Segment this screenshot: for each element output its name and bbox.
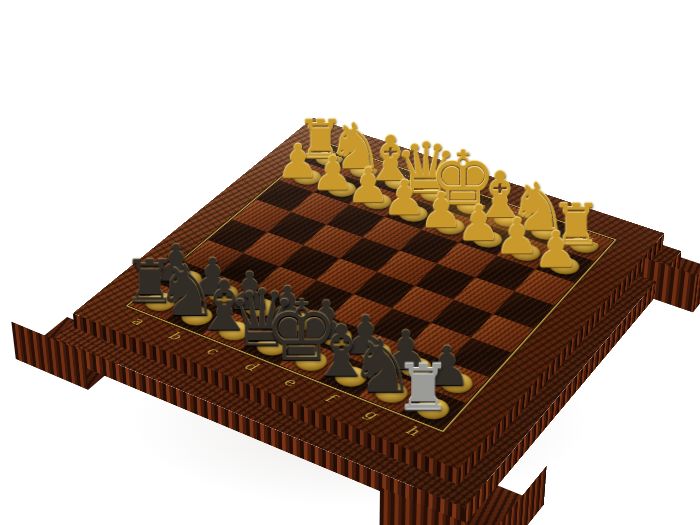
scene-3d: ♜♞♝♛♚♝♞♜♟♟♟♟♟♟♟♟♟♟♟♟♟♟♟♟♜♞♝♛♚♝♞♜ abcdefg… — [0, 0, 700, 525]
pawn-glyph: ♟ — [505, 227, 609, 275]
piece-gold-pawn-h7[interactable]: ♟ — [535, 248, 594, 283]
rook-glyph: ♜ — [366, 358, 481, 419]
chess-board: ♜♞♝♛♚♝♞♜♟♟♟♟♟♟♟♟♟♟♟♟♟♟♟♟♜♞♝♛♚♝♞♜ abcdefg… — [73, 118, 664, 470]
product-photo-stage: ♜♞♝♛♚♝♞♜♟♟♟♟♟♟♟♟♟♟♟♟♟♟♟♟♜♞♝♛♚♝♞♜ abcdefg… — [0, 0, 700, 525]
piece-dark-rook-h1[interactable]: ♜ — [400, 387, 466, 430]
board-top-surface: ♜♞♝♛♚♝♞♜♟♟♟♟♟♟♟♟♟♟♟♟♟♟♟♟♜♞♝♛♚♝♞♜ abcdefg… — [73, 118, 664, 470]
